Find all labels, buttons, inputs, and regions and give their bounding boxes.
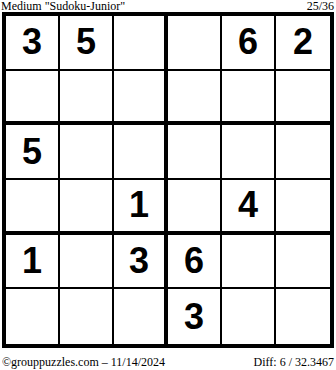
cell-r2c4: [168, 71, 222, 126]
header: Medium "Sudoku-Junior" 25/36: [1, 0, 334, 12]
cell-r3c6: [276, 125, 330, 180]
cell-r5c2: [60, 235, 114, 290]
cell-r6c3: [114, 289, 168, 344]
cell-r5c6: [276, 235, 330, 290]
cell-r4c2: [60, 180, 114, 235]
cell-r4c6: [276, 180, 330, 235]
cell-r5c3: 3: [114, 235, 168, 290]
cell-r6c5: [222, 289, 276, 344]
cell-r1c3: [114, 16, 168, 71]
cell-r6c1: [6, 289, 60, 344]
cell-r2c3: [114, 71, 168, 126]
cell-r3c4: [168, 125, 222, 180]
cell-r3c5: [222, 125, 276, 180]
cell-r4c1: [6, 180, 60, 235]
cell-r1c6: 2: [276, 16, 330, 71]
puzzle-title: Medium "Sudoku-Junior": [1, 0, 125, 12]
cell-r1c2: 5: [60, 16, 114, 71]
difficulty-label: Diff: 6 / 32.3467: [254, 356, 334, 368]
cell-r2c2: [60, 71, 114, 126]
cell-r5c1: 1: [6, 235, 60, 290]
cell-r5c5: [222, 235, 276, 290]
cell-r2c6: [276, 71, 330, 126]
cell-r5c4: 6: [168, 235, 222, 290]
sudoku-board: 35625141363: [2, 12, 334, 348]
footer: ©grouppuzzles.com – 11/14/2024 Diff: 6 /…: [2, 356, 334, 368]
puzzle-page: Medium "Sudoku-Junior" 25/36 35625141363…: [0, 0, 336, 370]
cell-r1c4: [168, 16, 222, 71]
cell-r1c5: 6: [222, 16, 276, 71]
cell-r1c1: 3: [6, 16, 60, 71]
cell-r4c4: [168, 180, 222, 235]
cell-r6c2: [60, 289, 114, 344]
cell-r6c6: [276, 289, 330, 344]
cell-r3c1: 5: [6, 125, 60, 180]
cell-r3c3: [114, 125, 168, 180]
cell-r6c4: 3: [168, 289, 222, 344]
cell-r4c5: 4: [222, 180, 276, 235]
cell-r2c5: [222, 71, 276, 126]
cell-r2c1: [6, 71, 60, 126]
puzzle-counter: 25/36: [307, 0, 334, 12]
copyright-credit: ©grouppuzzles.com – 11/14/2024: [2, 356, 165, 368]
cell-r4c3: 1: [114, 180, 168, 235]
cell-r3c2: [60, 125, 114, 180]
